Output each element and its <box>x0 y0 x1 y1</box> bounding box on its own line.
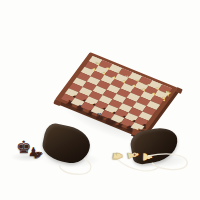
chess-set-product-photo: ♜♞♝♛♚♝♞♜♟♟♟♟♟♟♟♟♟♟♟♟♟♟♟♟♜♞♝♛♚♝♞♜ ♚ ♟ ♞ ♞… <box>0 0 200 200</box>
loose-light-knight-icon: ♞ <box>110 150 125 164</box>
loose-pieces-shadow <box>10 152 46 162</box>
chess-board: ♜♞♝♛♚♝♞♜♟♟♟♟♟♟♟♟♟♟♟♟♟♟♟♟♜♞♝♛♚♝♞♜ <box>55 52 178 136</box>
